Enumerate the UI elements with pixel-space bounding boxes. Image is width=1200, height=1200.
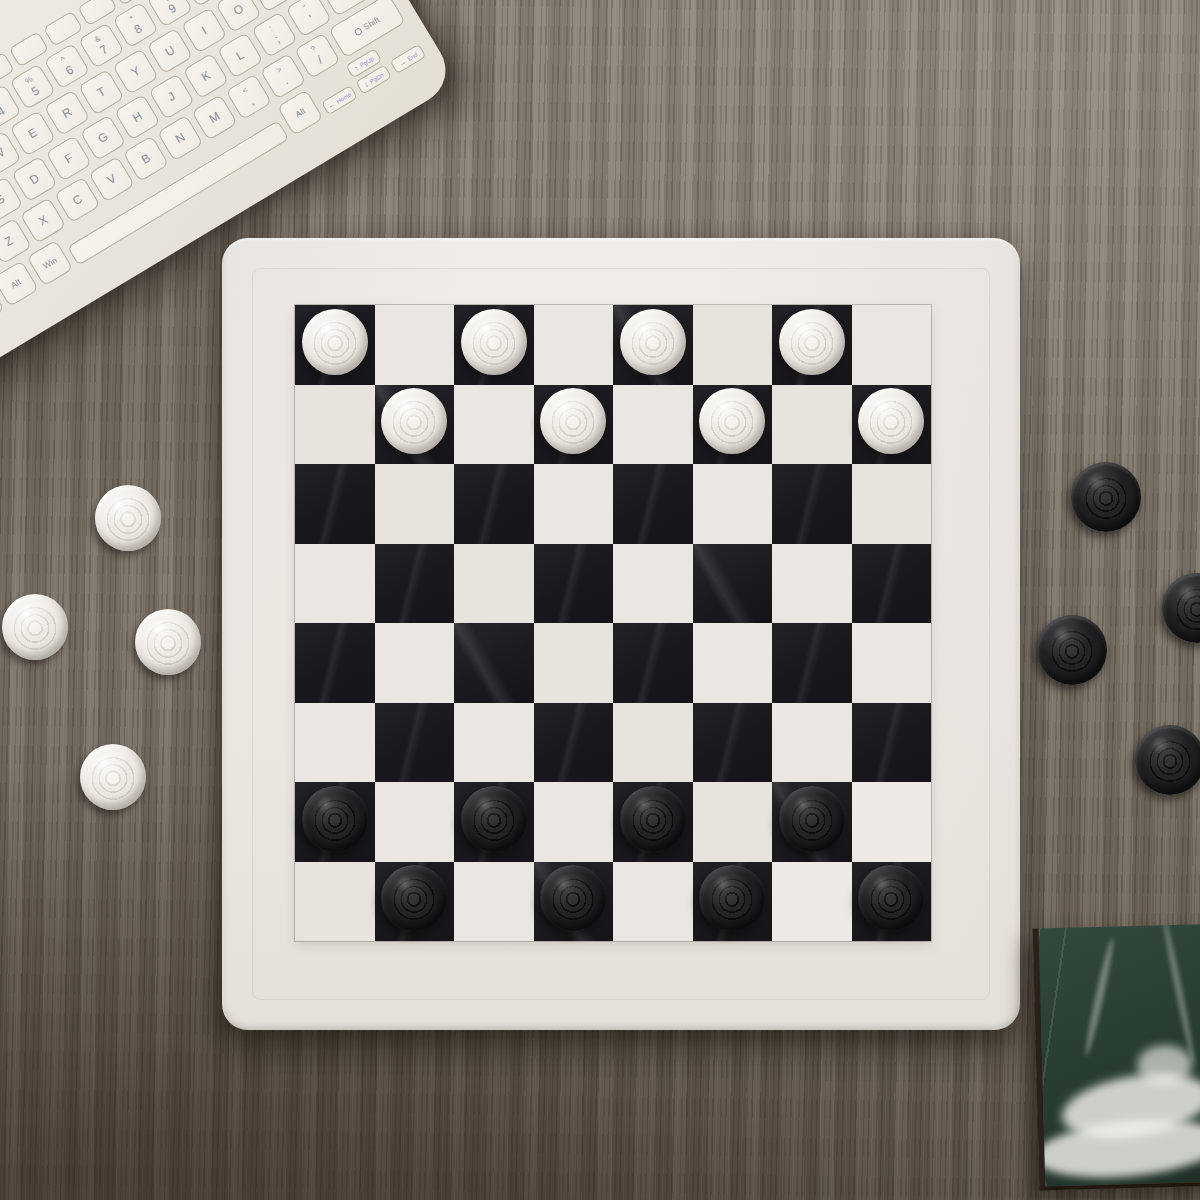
- white-checker[interactable]: [858, 388, 924, 454]
- square-d4[interactable]: [534, 623, 614, 703]
- white-checker[interactable]: [381, 388, 447, 454]
- square-f7[interactable]: [693, 385, 773, 465]
- white-checker-off-board[interactable]: [135, 609, 201, 675]
- square-b3[interactable]: [375, 703, 455, 783]
- black-checker[interactable]: [858, 865, 924, 931]
- square-a5[interactable]: [295, 544, 375, 624]
- key-←: ←Home: [321, 85, 358, 115]
- playing-field: [295, 305, 931, 941]
- square-b1[interactable]: [375, 862, 455, 942]
- white-checker[interactable]: [540, 388, 606, 454]
- square-c1[interactable]: [454, 862, 534, 942]
- square-f8[interactable]: [693, 305, 773, 385]
- square-g4[interactable]: [772, 623, 852, 703]
- square-h4[interactable]: [852, 623, 932, 703]
- white-checker[interactable]: [461, 309, 527, 375]
- square-g3[interactable]: [772, 703, 852, 783]
- square-d6[interactable]: [534, 464, 614, 544]
- square-c7[interactable]: [454, 385, 534, 465]
- square-f1[interactable]: [693, 862, 773, 942]
- square-c4[interactable]: [454, 623, 534, 703]
- square-a7[interactable]: [295, 385, 375, 465]
- black-checker-off-board[interactable]: [1071, 462, 1141, 532]
- square-g2[interactable]: [772, 782, 852, 862]
- black-checker[interactable]: [620, 786, 686, 852]
- square-d2[interactable]: [534, 782, 614, 862]
- square-b2[interactable]: [375, 782, 455, 862]
- marble-vein: [1033, 1112, 1200, 1185]
- square-f5[interactable]: [693, 544, 773, 624]
- square-f6[interactable]: [693, 464, 773, 544]
- white-checker[interactable]: [620, 309, 686, 375]
- square-e4[interactable]: [613, 623, 693, 703]
- key-→: →End: [390, 44, 427, 74]
- square-d1[interactable]: [534, 862, 614, 942]
- white-checker-off-board[interactable]: [95, 485, 161, 551]
- square-a8[interactable]: [295, 305, 375, 385]
- black-checker[interactable]: [540, 865, 606, 931]
- square-b4[interactable]: [375, 623, 455, 703]
- square-a2[interactable]: [295, 782, 375, 862]
- square-c5[interactable]: [454, 544, 534, 624]
- square-f4[interactable]: [693, 623, 773, 703]
- square-d5[interactable]: [534, 544, 614, 624]
- black-checker-off-board[interactable]: [1135, 725, 1200, 795]
- square-h6[interactable]: [852, 464, 932, 544]
- marble-vein: [1160, 924, 1197, 1064]
- square-h8[interactable]: [852, 305, 932, 385]
- square-c8[interactable]: [454, 305, 534, 385]
- square-b7[interactable]: [375, 385, 455, 465]
- white-checker[interactable]: [302, 309, 368, 375]
- square-h1[interactable]: [852, 862, 932, 942]
- square-g7[interactable]: [772, 385, 852, 465]
- square-c3[interactable]: [454, 703, 534, 783]
- square-f2[interactable]: [693, 782, 773, 862]
- marble-vein: [1083, 937, 1117, 1056]
- square-b8[interactable]: [375, 305, 455, 385]
- square-g1[interactable]: [772, 862, 852, 942]
- square-b5[interactable]: [375, 544, 455, 624]
- square-h2[interactable]: [852, 782, 932, 862]
- square-b6[interactable]: [375, 464, 455, 544]
- white-checker-off-board[interactable]: [80, 744, 146, 810]
- square-e2[interactable]: [613, 782, 693, 862]
- square-d8[interactable]: [534, 305, 614, 385]
- square-d7[interactable]: [534, 385, 614, 465]
- black-checker[interactable]: [302, 786, 368, 852]
- square-c6[interactable]: [454, 464, 534, 544]
- square-g5[interactable]: [772, 544, 852, 624]
- table-scene: ~`!1@2#3$4%5^6&7*8(9)0_-+=BkspTabQWERTYU…: [0, 0, 1200, 1200]
- black-checker[interactable]: [779, 786, 845, 852]
- green-marble-coaster: [1033, 924, 1200, 1191]
- square-f3[interactable]: [693, 703, 773, 783]
- square-c2[interactable]: [454, 782, 534, 862]
- key-Alt: Alt: [277, 89, 324, 136]
- square-g8[interactable]: [772, 305, 852, 385]
- square-e8[interactable]: [613, 305, 693, 385]
- black-checker[interactable]: [699, 865, 765, 931]
- square-h5[interactable]: [852, 544, 932, 624]
- square-a4[interactable]: [295, 623, 375, 703]
- square-e6[interactable]: [613, 464, 693, 544]
- square-a3[interactable]: [295, 703, 375, 783]
- square-e1[interactable]: [613, 862, 693, 942]
- shift-circle-icon: [354, 26, 364, 36]
- square-g6[interactable]: [772, 464, 852, 544]
- white-checker[interactable]: [699, 388, 765, 454]
- square-d3[interactable]: [534, 703, 614, 783]
- black-checker[interactable]: [381, 865, 447, 931]
- black-checker[interactable]: [461, 786, 527, 852]
- square-e3[interactable]: [613, 703, 693, 783]
- arrow-key-stack: ↑PgUp↓PgDn: [345, 48, 392, 95]
- square-a1[interactable]: [295, 862, 375, 942]
- white-checker-off-board[interactable]: [2, 594, 68, 660]
- square-h7[interactable]: [852, 385, 932, 465]
- square-e5[interactable]: [613, 544, 693, 624]
- checkers-board: [222, 238, 1020, 1030]
- white-checker[interactable]: [779, 309, 845, 375]
- square-a6[interactable]: [295, 464, 375, 544]
- black-checker-off-board[interactable]: [1037, 615, 1107, 685]
- key-Win: Win: [27, 240, 74, 287]
- square-h3[interactable]: [852, 703, 932, 783]
- square-e7[interactable]: [613, 385, 693, 465]
